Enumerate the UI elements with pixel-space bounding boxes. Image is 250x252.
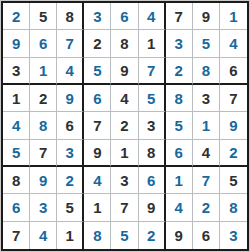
cell-r4c2[interactable]: 2 — [30, 85, 57, 112]
cell-r5c8[interactable]: 1 — [193, 112, 220, 139]
cell-r2c6[interactable]: 1 — [139, 30, 166, 57]
cell-r4c5[interactable]: 4 — [111, 85, 138, 112]
cell-r8c3[interactable]: 5 — [57, 194, 84, 221]
cell-r9c7[interactable]: 9 — [166, 222, 193, 249]
cell-r7c6[interactable]: 6 — [139, 167, 166, 194]
cell-r2c9[interactable]: 4 — [220, 30, 247, 57]
cell-r4c6[interactable]: 5 — [139, 85, 166, 112]
cell-r3c7[interactable]: 2 — [166, 58, 193, 85]
cell-r8c9[interactable]: 8 — [220, 194, 247, 221]
cell-r6c6[interactable]: 8 — [139, 140, 166, 167]
cell-r6c5[interactable]: 1 — [111, 140, 138, 167]
cell-r7c3[interactable]: 2 — [57, 167, 84, 194]
cell-r5c9[interactable]: 9 — [220, 112, 247, 139]
cell-r1c2[interactable]: 5 — [30, 3, 57, 30]
cell-r5c2[interactable]: 8 — [30, 112, 57, 139]
cell-r9c4[interactable]: 8 — [84, 222, 111, 249]
cell-r3c4[interactable]: 5 — [84, 58, 111, 85]
cell-r6c9[interactable]: 2 — [220, 140, 247, 167]
cell-r8c2[interactable]: 3 — [30, 194, 57, 221]
cell-r4c9[interactable]: 7 — [220, 85, 247, 112]
cell-r5c3[interactable]: 6 — [57, 112, 84, 139]
cell-r5c6[interactable]: 3 — [139, 112, 166, 139]
cell-r9c1[interactable]: 7 — [3, 222, 30, 249]
cell-r4c3[interactable]: 9 — [57, 85, 84, 112]
cell-r3c5[interactable]: 9 — [111, 58, 138, 85]
cell-r5c1[interactable]: 4 — [3, 112, 30, 139]
cell-r1c6[interactable]: 4 — [139, 3, 166, 30]
sudoku-frame: 2583647919672813543145972861296458374867… — [0, 0, 250, 252]
cell-r8c1[interactable]: 6 — [3, 194, 30, 221]
cell-r8c8[interactable]: 2 — [193, 194, 220, 221]
cell-r1c9[interactable]: 1 — [220, 3, 247, 30]
cell-r1c8[interactable]: 9 — [193, 3, 220, 30]
cell-r6c4[interactable]: 9 — [84, 140, 111, 167]
cell-r6c8[interactable]: 4 — [193, 140, 220, 167]
cell-r4c7[interactable]: 8 — [166, 85, 193, 112]
cell-r1c7[interactable]: 7 — [166, 3, 193, 30]
cell-r2c8[interactable]: 5 — [193, 30, 220, 57]
cell-r7c4[interactable]: 4 — [84, 167, 111, 194]
cell-r5c4[interactable]: 7 — [84, 112, 111, 139]
cell-r6c1[interactable]: 5 — [3, 140, 30, 167]
cell-r4c4[interactable]: 6 — [84, 85, 111, 112]
sudoku-board: 2583647919672813543145972861296458374867… — [1, 1, 249, 251]
cell-r9c2[interactable]: 4 — [30, 222, 57, 249]
cell-r5c5[interactable]: 2 — [111, 112, 138, 139]
cell-r2c3[interactable]: 7 — [57, 30, 84, 57]
cell-r3c6[interactable]: 7 — [139, 58, 166, 85]
cell-r2c5[interactable]: 8 — [111, 30, 138, 57]
cell-r7c1[interactable]: 8 — [3, 167, 30, 194]
cell-r7c2[interactable]: 9 — [30, 167, 57, 194]
cell-r3c8[interactable]: 8 — [193, 58, 220, 85]
cell-r2c2[interactable]: 6 — [30, 30, 57, 57]
cell-r9c5[interactable]: 5 — [111, 222, 138, 249]
cell-r9c8[interactable]: 6 — [193, 222, 220, 249]
cell-r4c1[interactable]: 1 — [3, 85, 30, 112]
cell-r1c4[interactable]: 3 — [84, 3, 111, 30]
cell-r5c7[interactable]: 5 — [166, 112, 193, 139]
cell-r2c1[interactable]: 9 — [3, 30, 30, 57]
cell-r3c2[interactable]: 1 — [30, 58, 57, 85]
cell-r7c5[interactable]: 3 — [111, 167, 138, 194]
cell-r6c2[interactable]: 7 — [30, 140, 57, 167]
cell-r7c8[interactable]: 7 — [193, 167, 220, 194]
cell-r1c1[interactable]: 2 — [3, 3, 30, 30]
cell-r8c5[interactable]: 7 — [111, 194, 138, 221]
cell-r2c4[interactable]: 2 — [84, 30, 111, 57]
cell-r1c3[interactable]: 8 — [57, 3, 84, 30]
cell-r7c9[interactable]: 5 — [220, 167, 247, 194]
cell-r6c7[interactable]: 6 — [166, 140, 193, 167]
cell-r1c5[interactable]: 6 — [111, 3, 138, 30]
cell-r8c6[interactable]: 9 — [139, 194, 166, 221]
cell-r3c1[interactable]: 3 — [3, 58, 30, 85]
cell-r6c3[interactable]: 3 — [57, 140, 84, 167]
cell-r2c7[interactable]: 3 — [166, 30, 193, 57]
cell-r9c3[interactable]: 1 — [57, 222, 84, 249]
cell-r4c8[interactable]: 3 — [193, 85, 220, 112]
cell-r3c9[interactable]: 6 — [220, 58, 247, 85]
cell-r3c3[interactable]: 4 — [57, 58, 84, 85]
cell-r8c7[interactable]: 4 — [166, 194, 193, 221]
cell-r9c9[interactable]: 3 — [220, 222, 247, 249]
cell-r8c4[interactable]: 1 — [84, 194, 111, 221]
cell-r7c7[interactable]: 1 — [166, 167, 193, 194]
cell-r9c6[interactable]: 2 — [139, 222, 166, 249]
